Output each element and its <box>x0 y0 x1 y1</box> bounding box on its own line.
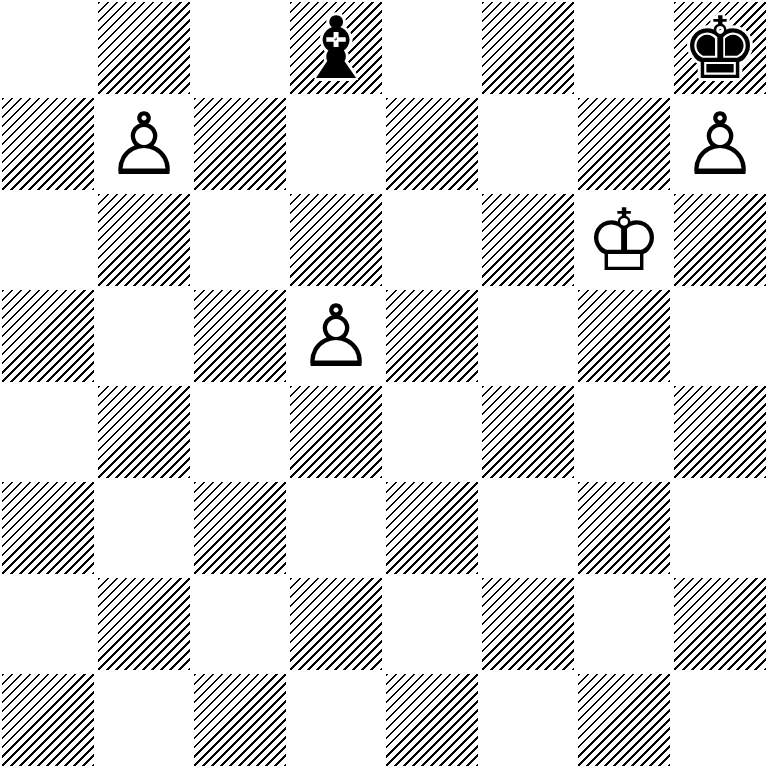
square-b3[interactable] <box>96 480 192 576</box>
square-c1[interactable] <box>192 672 288 768</box>
square-e8[interactable] <box>384 0 480 96</box>
square-h6[interactable] <box>672 192 768 288</box>
square-a1[interactable] <box>0 672 96 768</box>
square-e5[interactable] <box>384 288 480 384</box>
square-h5[interactable] <box>672 288 768 384</box>
square-d4[interactable] <box>288 384 384 480</box>
square-d2[interactable] <box>288 576 384 672</box>
square-e4[interactable] <box>384 384 480 480</box>
square-b8[interactable] <box>96 0 192 96</box>
square-e7[interactable] <box>384 96 480 192</box>
piece-black-bishop: ♝ <box>297 0 374 96</box>
square-f8[interactable] <box>480 0 576 96</box>
square-c3[interactable] <box>192 480 288 576</box>
piece-black-king: ♚ <box>681 0 758 96</box>
square-b2[interactable] <box>96 576 192 672</box>
square-e6[interactable] <box>384 192 480 288</box>
square-e1[interactable] <box>384 672 480 768</box>
square-d8[interactable]: ♝ <box>288 0 384 96</box>
square-d1[interactable] <box>288 672 384 768</box>
square-g6[interactable]: ♔ <box>576 192 672 288</box>
square-a3[interactable] <box>0 480 96 576</box>
square-g3[interactable] <box>576 480 672 576</box>
square-e3[interactable] <box>384 480 480 576</box>
square-f6[interactable] <box>480 192 576 288</box>
square-f7[interactable] <box>480 96 576 192</box>
square-h2[interactable] <box>672 576 768 672</box>
square-g4[interactable] <box>576 384 672 480</box>
square-b4[interactable] <box>96 384 192 480</box>
square-e2[interactable] <box>384 576 480 672</box>
square-d5[interactable]: ♙ <box>288 288 384 384</box>
square-h1[interactable] <box>672 672 768 768</box>
square-a2[interactable] <box>0 576 96 672</box>
chess-board: ♝♚♙♙♔♙ <box>0 0 768 768</box>
square-f1[interactable] <box>480 672 576 768</box>
square-h3[interactable] <box>672 480 768 576</box>
square-f3[interactable] <box>480 480 576 576</box>
square-b6[interactable] <box>96 192 192 288</box>
square-g8[interactable] <box>576 0 672 96</box>
piece-white-pawn: ♙ <box>681 96 758 192</box>
square-c2[interactable] <box>192 576 288 672</box>
square-a4[interactable] <box>0 384 96 480</box>
square-h4[interactable] <box>672 384 768 480</box>
square-f2[interactable] <box>480 576 576 672</box>
square-f4[interactable] <box>480 384 576 480</box>
square-h8[interactable]: ♚ <box>672 0 768 96</box>
square-c8[interactable] <box>192 0 288 96</box>
square-c6[interactable] <box>192 192 288 288</box>
square-c4[interactable] <box>192 384 288 480</box>
square-a5[interactable] <box>0 288 96 384</box>
square-g1[interactable] <box>576 672 672 768</box>
square-d7[interactable] <box>288 96 384 192</box>
square-g5[interactable] <box>576 288 672 384</box>
piece-white-king: ♔ <box>585 192 662 288</box>
square-f5[interactable] <box>480 288 576 384</box>
square-d6[interactable] <box>288 192 384 288</box>
square-b5[interactable] <box>96 288 192 384</box>
piece-white-pawn: ♙ <box>105 96 182 192</box>
square-b1[interactable] <box>96 672 192 768</box>
square-g7[interactable] <box>576 96 672 192</box>
square-a8[interactable] <box>0 0 96 96</box>
square-b7[interactable]: ♙ <box>96 96 192 192</box>
square-a7[interactable] <box>0 96 96 192</box>
square-c5[interactable] <box>192 288 288 384</box>
square-a6[interactable] <box>0 192 96 288</box>
piece-white-pawn: ♙ <box>297 288 374 384</box>
square-h7[interactable]: ♙ <box>672 96 768 192</box>
square-g2[interactable] <box>576 576 672 672</box>
square-d3[interactable] <box>288 480 384 576</box>
square-c7[interactable] <box>192 96 288 192</box>
